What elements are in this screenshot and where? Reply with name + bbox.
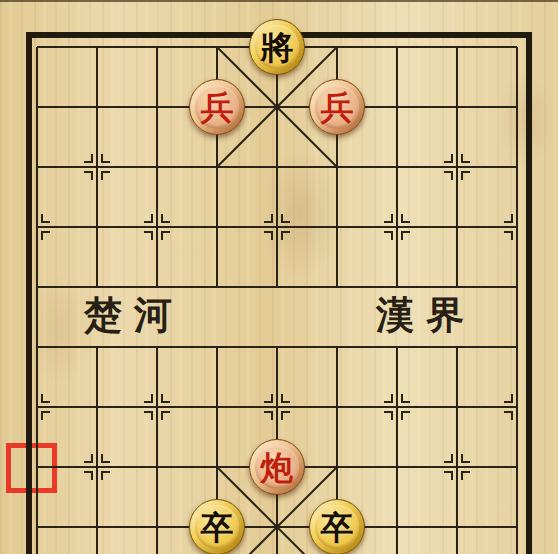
piece-character: 卒 [201, 511, 234, 544]
piece-character: 兵 [321, 91, 354, 124]
piece-face: 兵 [315, 85, 359, 129]
piece-face: 將 [255, 25, 299, 69]
piece-black-soldier-right[interactable]: 卒 [309, 499, 365, 554]
piece-face: 卒 [195, 505, 239, 549]
top-edge-shadow [0, 0, 558, 2]
piece-character: 將 [261, 31, 294, 64]
piece-character: 兵 [201, 91, 234, 124]
piece-character: 炮 [261, 451, 294, 484]
piece-red-soldier-right[interactable]: 兵 [309, 79, 365, 135]
piece-face: 兵 [195, 85, 239, 129]
xiangqi-board-screen: 楚河 漢界 將兵兵炮卒卒 [0, 0, 558, 554]
piece-black-soldier-left[interactable]: 卒 [189, 499, 245, 554]
piece-red-soldier-left[interactable]: 兵 [189, 79, 245, 135]
piece-black-general[interactable]: 將 [249, 19, 305, 75]
pieces-layer: 將兵兵炮卒卒 [0, 0, 558, 554]
piece-face: 炮 [255, 445, 299, 489]
piece-red-cannon[interactable]: 炮 [249, 439, 305, 495]
piece-character: 卒 [321, 511, 354, 544]
piece-face: 卒 [315, 505, 359, 549]
